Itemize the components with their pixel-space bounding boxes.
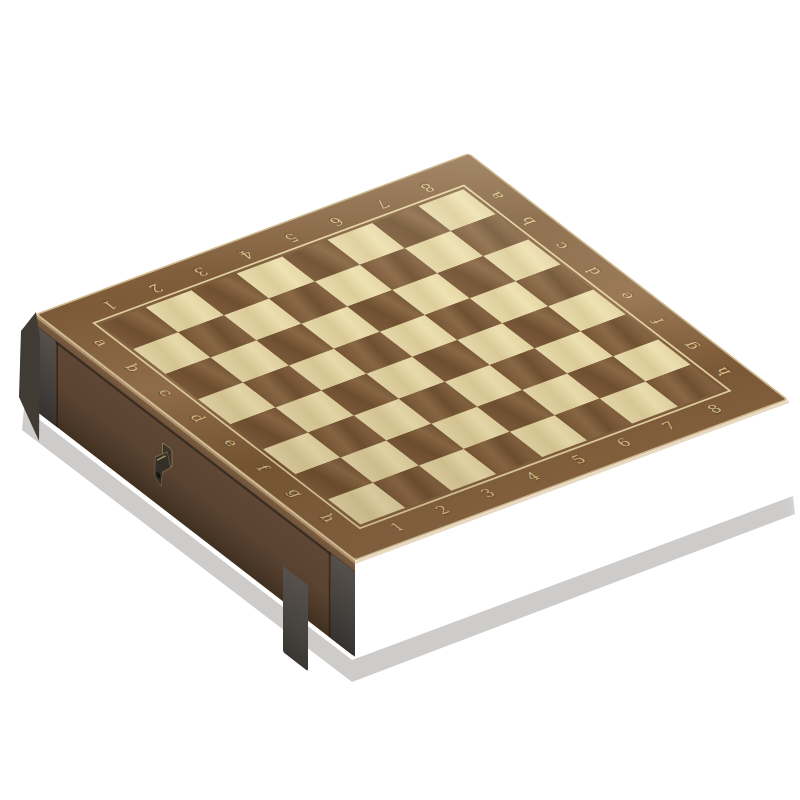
rank-label: 6 xyxy=(614,437,635,449)
drawer-end-cap xyxy=(331,554,355,657)
drawer-seam xyxy=(56,342,58,427)
rank-label: 8 xyxy=(416,180,437,192)
file-label: e xyxy=(219,438,240,449)
file-label: h xyxy=(317,513,339,524)
drawer-front-end xyxy=(283,566,308,671)
rank-label: 1 xyxy=(99,298,120,310)
file-label: d xyxy=(187,412,209,423)
rank-label: 5 xyxy=(568,453,589,465)
rank-label: 4 xyxy=(235,248,256,260)
rank-label: 2 xyxy=(144,282,165,294)
file-label: f xyxy=(253,464,271,473)
product-photo: 1 2 3 4 5 6 7 8 1 2 3 4 5 6 7 8 a b c d … xyxy=(0,0,800,800)
file-label: b xyxy=(518,215,540,226)
file-label: b xyxy=(122,362,144,373)
file-label: a xyxy=(89,337,110,348)
file-label: f xyxy=(650,317,668,326)
rank-label: 7 xyxy=(371,197,392,209)
file-label: h xyxy=(713,365,735,376)
file-label: e xyxy=(616,290,637,301)
file-label: d xyxy=(583,265,605,276)
rank-label: 3 xyxy=(478,487,499,499)
rank-label: 1 xyxy=(387,521,408,533)
file-label: g xyxy=(680,340,702,351)
file-label: g xyxy=(284,488,306,499)
rank-label: 3 xyxy=(189,265,210,277)
rank-label: 6 xyxy=(325,214,346,226)
file-label: a xyxy=(486,190,507,201)
rank-label: 7 xyxy=(659,420,680,432)
drawer-seam xyxy=(329,553,331,638)
rank-label: 5 xyxy=(280,231,301,243)
latch-clasp-icon xyxy=(151,431,175,501)
rank-label: 2 xyxy=(432,504,453,516)
drawer-end-cap xyxy=(35,325,56,426)
rank-label: 4 xyxy=(523,470,544,482)
rank-label: 8 xyxy=(704,403,725,415)
file-label: c xyxy=(551,241,572,251)
file-label: c xyxy=(155,388,176,398)
